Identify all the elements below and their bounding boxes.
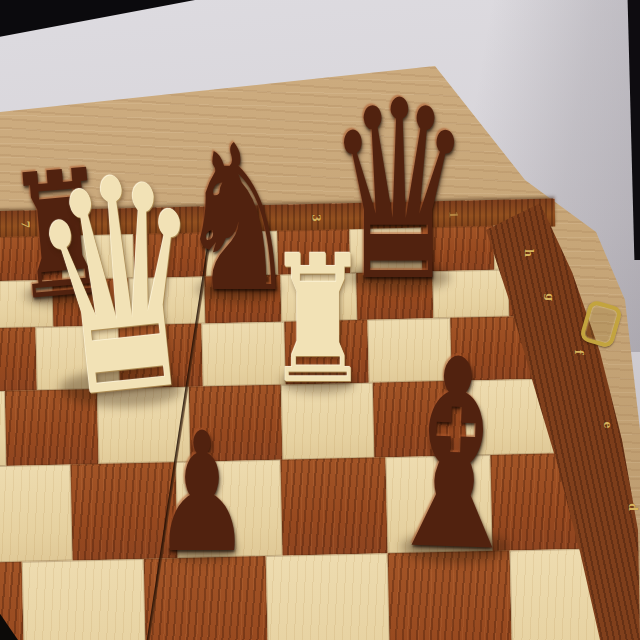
chess-photo-scene: 7531 hgfed ♛♞♜♜♛♝♟ [0,0,640,640]
square-d7 [0,465,73,563]
rook-glyph: ♜ [266,233,370,409]
black-bishop-d2: ♝ [455,548,640,640]
file-label-d: d [626,503,639,511]
bishop-glyph: ♝ [373,324,536,590]
file-label-h: h [522,249,535,257]
pawn-glyph: ♟ [153,411,251,576]
black-pawn-d4: ♟ [202,551,350,640]
